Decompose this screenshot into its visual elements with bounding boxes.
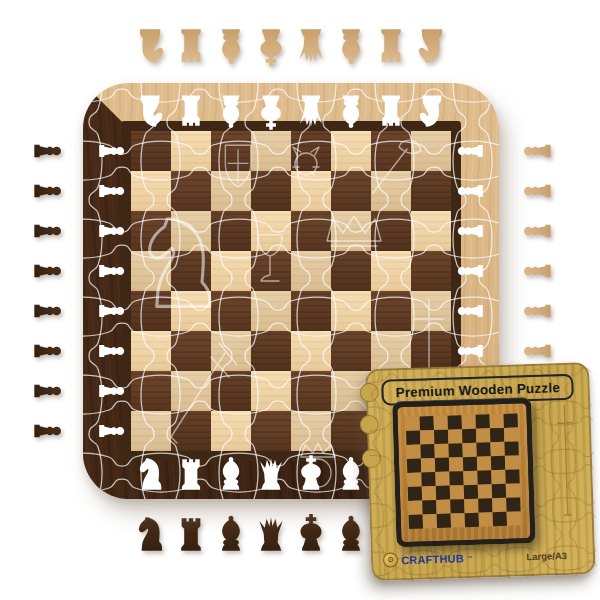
- cutout-pawn-right: [452, 296, 488, 326]
- pawn-tab-dark: [30, 335, 66, 367]
- loose-piece-bishop-light: [214, 26, 248, 68]
- box-board-square: [408, 486, 422, 500]
- box-board-square: [422, 486, 436, 500]
- brand-logo: ⚙ CRAFTHUB ™: [383, 550, 473, 568]
- gear-medallion-icon: ⚙: [383, 552, 398, 567]
- box-art-knob: [362, 449, 382, 469]
- box-board-square: [406, 431, 420, 445]
- box-board-square: [476, 414, 490, 428]
- cutout-pawn-left: [94, 216, 130, 246]
- loose-piece-bishop-dark: [214, 512, 248, 554]
- box-board-square: [504, 427, 518, 441]
- size-label: Large/A3: [526, 550, 567, 562]
- box-board-square: [423, 514, 437, 528]
- cutout-queen-bottom: [254, 454, 288, 492]
- pawn-tab-light: [519, 135, 555, 167]
- board-square: [251, 291, 291, 331]
- box-board-square: [422, 500, 436, 514]
- cutout-pawn-left: [94, 376, 130, 406]
- cutout-knight-top: [414, 93, 448, 131]
- box-board-square: [450, 499, 464, 513]
- cutout-pawn-right: [452, 216, 488, 246]
- box-board-checkerboard: [406, 413, 521, 528]
- box-board-square: [450, 485, 464, 499]
- box-board-square: [478, 484, 492, 498]
- box-board-photo: [392, 397, 536, 547]
- cutout-pawn-left: [94, 296, 130, 326]
- box-board-square: [434, 416, 448, 430]
- box-board-square: [506, 483, 520, 497]
- box-board-square: [406, 445, 420, 459]
- pawn-tab-light: [519, 175, 555, 207]
- box-board-square: [421, 458, 435, 472]
- box-board-square: [491, 456, 505, 470]
- box-board-square: [437, 514, 451, 528]
- loose-piece-rook-dark: [174, 512, 208, 554]
- box-board-square: [462, 415, 476, 429]
- box-board-square: [505, 455, 519, 469]
- board-square: [331, 251, 371, 291]
- box-board-square: [448, 429, 462, 443]
- box-board-square: [462, 429, 476, 443]
- pawn-tab-dark: [30, 175, 66, 207]
- cutout-pawn-right: [452, 256, 488, 286]
- box-board-square: [504, 441, 518, 455]
- cutout-king-bottom: [294, 454, 328, 492]
- pawn-tab-dark: [30, 135, 66, 167]
- box-board-square: [449, 471, 463, 485]
- board-square: [131, 171, 171, 211]
- box-board-square: [492, 498, 506, 512]
- cutout-queen-top: [294, 93, 328, 131]
- board-square: [411, 211, 451, 251]
- box-board-square: [434, 444, 448, 458]
- board-square: [291, 251, 331, 291]
- cutout-pawn-right: [452, 136, 488, 166]
- box-board-square: [408, 500, 422, 514]
- cutout-pawn-right: [452, 336, 488, 366]
- cutout-knight-bottom: [134, 454, 168, 492]
- board-square: [251, 371, 291, 411]
- box-title: Premium Wooden Puzzle: [395, 380, 560, 400]
- pawn-tab-light: [519, 295, 555, 327]
- loose-piece-queen-light: [294, 26, 328, 68]
- board-square: [331, 291, 371, 331]
- cutout-rook-top: [174, 93, 208, 131]
- pawn-tab-light: [519, 215, 555, 247]
- box-board-square: [479, 512, 493, 526]
- loose-piece-king-light: [254, 26, 288, 68]
- cutout-king-top: [254, 93, 288, 131]
- etch-horse-head-icon: [135, 207, 227, 313]
- cutout-bishop-bottom: [214, 454, 248, 492]
- board-square: [251, 331, 291, 371]
- board-square: [251, 411, 291, 451]
- pawn-tab-dark: [30, 215, 66, 247]
- box-board-square: [465, 513, 479, 527]
- loose-piece-bishop-light: [334, 26, 368, 68]
- loose-piece-knight-light: [134, 26, 168, 68]
- cutout-pawn-left: [94, 416, 130, 446]
- box-board-square: [476, 442, 490, 456]
- board-square: [331, 331, 371, 371]
- brand-name: CRAFTHUB: [401, 552, 464, 566]
- etch-lion-face-icon: [285, 143, 327, 181]
- loose-piece-rook-light: [374, 26, 408, 68]
- cutout-rook-bottom: [174, 454, 208, 492]
- box-board-square: [477, 456, 491, 470]
- pawn-tab-light: [519, 335, 555, 367]
- board-square: [371, 251, 411, 291]
- loose-piece-knight-dark: [134, 512, 168, 554]
- board-square: [291, 331, 331, 371]
- box-board-square: [436, 486, 450, 500]
- pawn-tab-dark: [30, 255, 66, 287]
- etch-sword-icon: [161, 331, 247, 447]
- product-box: Premium Wooden Puzzle ⚙ CRAFTHUB ™ Large…: [365, 362, 596, 581]
- cutout-pawn-left: [94, 336, 130, 366]
- etch-axe-icon: [363, 133, 425, 199]
- etch-crown-icon: [321, 211, 387, 253]
- box-board-square: [490, 442, 504, 456]
- cutout-bishop-top: [334, 93, 368, 131]
- box-board-square: [464, 485, 478, 499]
- box-board-square: [451, 513, 465, 527]
- box-board-square: [491, 470, 505, 484]
- box-board-square: [435, 458, 449, 472]
- box-board-square: [421, 472, 435, 486]
- cutout-pawn-left: [94, 176, 130, 206]
- box-board-square: [504, 413, 518, 427]
- box-board-square: [409, 514, 423, 528]
- pawn-tab-dark: [30, 375, 66, 407]
- cutout-pawn-right: [452, 176, 488, 206]
- box-art-knob: [360, 415, 380, 435]
- box-board-square: [436, 500, 450, 514]
- box-board-square: [434, 430, 448, 444]
- box-board-square: [492, 484, 506, 498]
- box-board-square: [406, 417, 420, 431]
- box-board-square: [449, 457, 463, 471]
- cutout-pawn-left: [94, 136, 130, 166]
- product-photo-wooden-chess-puzzle: Premium Wooden Puzzle ⚙ CRAFTHUB ™ Large…: [0, 0, 600, 600]
- box-art-knob: [359, 383, 379, 403]
- box-board-square: [506, 497, 520, 511]
- box-board-square: [490, 414, 504, 428]
- board-square: [291, 371, 331, 411]
- box-board-square: [490, 428, 504, 442]
- box-board-square: [435, 472, 449, 486]
- board-square: [411, 251, 451, 291]
- box-board-square: [507, 511, 521, 525]
- cutout-rook-top: [374, 93, 408, 131]
- cutout-knight-top: [134, 93, 168, 131]
- etch-shield-icon: [209, 139, 267, 195]
- box-board-square: [476, 428, 490, 442]
- loose-piece-king-dark: [294, 512, 328, 554]
- box-board-square: [478, 498, 492, 512]
- box-board-square: [464, 499, 478, 513]
- box-board-square: [407, 459, 421, 473]
- box-board-square: [407, 472, 421, 486]
- cutout-pawn-left: [94, 256, 130, 286]
- cutout-bishop-top: [214, 93, 248, 131]
- board-square: [291, 291, 331, 331]
- box-board-square: [448, 415, 462, 429]
- box-board-square: [493, 512, 507, 526]
- loose-piece-knight-light: [414, 26, 448, 68]
- box-board-square: [420, 430, 434, 444]
- box-board-square: [477, 470, 491, 484]
- box-board-square: [462, 443, 476, 457]
- box-board-square: [420, 444, 434, 458]
- loose-piece-queen-dark: [254, 512, 288, 554]
- board-square: [131, 131, 171, 171]
- loose-piece-rook-light: [174, 26, 208, 68]
- pawn-tab-dark: [30, 415, 66, 447]
- box-board-square: [420, 416, 434, 430]
- board-square: [171, 171, 211, 211]
- loose-piece-bishop-dark: [334, 512, 368, 554]
- trademark-symbol: ™: [467, 554, 473, 560]
- etch-goblet-icon: [249, 231, 291, 287]
- pawn-tab-dark: [30, 295, 66, 327]
- board-square: [171, 131, 211, 171]
- box-board-square: [505, 469, 519, 483]
- pawn-tab-light: [519, 255, 555, 287]
- box-board-square: [463, 457, 477, 471]
- box-board-square: [448, 443, 462, 457]
- box-board-square: [463, 471, 477, 485]
